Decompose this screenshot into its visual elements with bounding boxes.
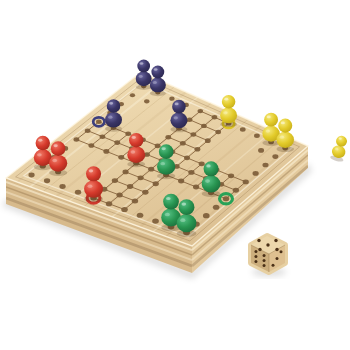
die-pip [280, 250, 283, 253]
peg-highlight [38, 139, 42, 142]
board-hole [44, 178, 50, 183]
peg-body [157, 158, 175, 175]
board-hole [73, 137, 79, 142]
board-hole [184, 156, 190, 161]
peg-blue[interactable] [136, 60, 152, 90]
board-hole [121, 207, 128, 212]
board-hole [88, 143, 94, 148]
board-hole [228, 173, 234, 178]
die-pip [263, 259, 266, 262]
peg-green[interactable] [157, 144, 175, 179]
peg-highlight [174, 116, 178, 119]
peg-highlight [281, 121, 285, 124]
board-hole [152, 218, 159, 223]
peg-highlight [267, 116, 271, 119]
peg-highlight [89, 169, 93, 172]
board-hole [199, 161, 205, 166]
peg-red[interactable] [49, 141, 67, 176]
board-hole [96, 120, 102, 124]
die[interactable] [251, 236, 285, 272]
peg-body [105, 112, 122, 128]
board-hole [132, 198, 138, 203]
board-hole [130, 93, 135, 97]
die-pip [263, 254, 266, 257]
peg-highlight [165, 213, 170, 217]
board-svg [0, 0, 350, 350]
peg-body [136, 71, 152, 86]
board-hole [155, 144, 161, 149]
board-hole [233, 188, 239, 193]
die-pip [274, 239, 277, 242]
peg-red[interactable] [84, 166, 103, 202]
board-hole [203, 213, 210, 218]
board-hole [100, 134, 106, 139]
peg-highlight [154, 68, 158, 71]
board-hole [165, 135, 171, 140]
board-hole [85, 128, 91, 132]
peg-head [159, 144, 174, 159]
peg-highlight [175, 103, 179, 106]
peg-highlight [206, 164, 210, 167]
board-hole [190, 132, 196, 136]
peg-highlight [160, 162, 165, 165]
peg-head [179, 199, 195, 215]
peg-highlight [280, 136, 285, 139]
die-pip [266, 243, 269, 246]
die-pip [276, 257, 279, 260]
board-hole [138, 175, 144, 180]
board-hole [223, 196, 229, 201]
peg-highlight [223, 111, 227, 114]
die-pip [254, 250, 257, 253]
die-pip [272, 264, 275, 267]
board-hole [144, 99, 149, 103]
board-hole [272, 154, 278, 159]
peg-highlight [166, 197, 171, 200]
board-hole [187, 118, 193, 122]
peg-head [151, 66, 164, 79]
peg-body [202, 175, 221, 192]
peg-head [172, 100, 186, 114]
peg-highlight [131, 150, 136, 153]
board-hole [243, 179, 249, 184]
peg-body [150, 77, 166, 92]
peg-blue[interactable] [150, 66, 166, 97]
board-hole [116, 193, 122, 198]
board-hole [169, 97, 174, 101]
peg-head [264, 113, 278, 127]
peg-head [163, 194, 179, 210]
die-pip [254, 260, 257, 263]
peg-body [276, 132, 294, 148]
board-hole [194, 147, 200, 152]
board-hole [188, 170, 194, 175]
board-hole [153, 181, 159, 186]
peg-head [222, 95, 236, 109]
peg-highlight [140, 62, 144, 65]
board-hole [254, 134, 260, 139]
peg-head [86, 166, 101, 181]
peg-head [36, 136, 50, 150]
peg-head [129, 133, 143, 147]
board-hole [59, 184, 65, 189]
ludo-board-scene [0, 0, 350, 350]
peg-highlight [52, 159, 57, 162]
board-hole [180, 141, 186, 146]
board-hole [193, 184, 199, 189]
peg-highlight [132, 136, 136, 139]
peg-highlight [161, 147, 165, 150]
board-hole [205, 138, 211, 143]
peg-highlight [53, 144, 57, 147]
die-pip [263, 264, 266, 267]
peg-highlight [153, 81, 157, 84]
peg-red[interactable] [34, 136, 52, 170]
peg-body [220, 108, 237, 124]
peg-highlight [37, 153, 42, 156]
board-hole [148, 167, 154, 172]
die-pip [258, 248, 261, 251]
board-hole [137, 213, 144, 218]
peg-highlight [88, 184, 93, 188]
peg-highlight [139, 75, 143, 78]
board-hole [112, 178, 118, 183]
peg-highlight [205, 179, 210, 183]
peg-yellow[interactable] [330, 134, 350, 163]
peg-body [170, 112, 187, 128]
board-hole [201, 124, 207, 128]
peg-highlight [180, 218, 185, 222]
peg-highlight [108, 116, 112, 119]
board-hole [118, 155, 124, 160]
peg-red[interactable] [127, 133, 145, 167]
peg-head [278, 119, 292, 133]
board-hole [253, 171, 259, 176]
peg-head [51, 141, 66, 156]
board-hole [258, 148, 264, 153]
board-hole [240, 127, 246, 131]
peg-highlight [224, 98, 228, 101]
board-hole [215, 130, 221, 134]
peg-head [107, 99, 121, 113]
board-hole [262, 163, 268, 168]
peg-highlight [266, 129, 271, 132]
board-hole [103, 149, 109, 154]
peg-yellow[interactable] [276, 119, 294, 152]
peg-body [49, 155, 67, 172]
die-pip [254, 255, 257, 258]
board-hole [106, 201, 113, 206]
board-hole [142, 190, 148, 195]
peg-highlight [109, 102, 113, 105]
peg-green[interactable] [177, 199, 197, 237]
die-pip [275, 248, 278, 251]
peg-head [204, 161, 219, 176]
peg-body [127, 146, 145, 163]
peg-blue[interactable] [170, 100, 187, 132]
peg-body [84, 180, 103, 197]
peg-green[interactable] [202, 161, 221, 197]
board-hole [114, 140, 120, 145]
board-hole [127, 184, 133, 189]
peg-yellow[interactable] [220, 95, 237, 127]
board-hole [122, 170, 128, 175]
peg-head [137, 60, 150, 73]
board-hole [28, 173, 34, 178]
peg-highlight [181, 202, 186, 205]
board-hole [213, 205, 220, 210]
board-hole [75, 190, 81, 195]
die-pip [257, 239, 260, 242]
board-hole [125, 132, 131, 136]
board-hole [198, 109, 204, 113]
board-hole [178, 179, 184, 184]
board-hole [212, 115, 218, 119]
peg-body [177, 214, 197, 232]
peg-blue[interactable] [105, 99, 122, 131]
